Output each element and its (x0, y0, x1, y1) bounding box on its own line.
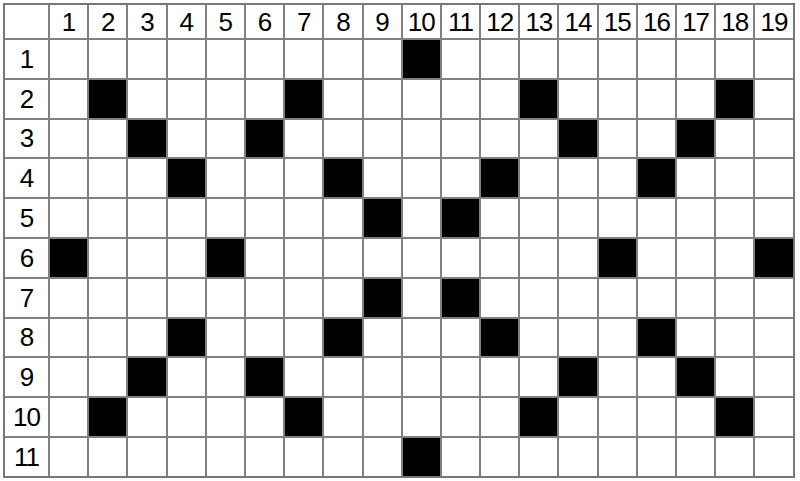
cell-r6-c11-empty[interactable] (442, 239, 479, 277)
cell-r7-c9-filled[interactable] (364, 279, 401, 317)
cell-r3-c12-empty[interactable] (481, 120, 518, 158)
cell-r9-c9-empty[interactable] (364, 358, 401, 396)
cell-r11-c19-empty[interactable] (755, 438, 792, 476)
cell-r11-c14-empty[interactable] (559, 438, 596, 476)
cell-r8-c15-empty[interactable] (599, 319, 636, 357)
col-header-4: 4 (168, 5, 205, 38)
cell-r4-c15-empty[interactable] (599, 159, 636, 197)
cell-r10-c8-empty[interactable] (324, 398, 361, 436)
cell-r5-c9-filled[interactable] (364, 199, 401, 237)
cell-r6-c8-empty[interactable] (324, 239, 361, 277)
cell-r3-c13-empty[interactable] (520, 120, 557, 158)
cell-r5-c12-empty[interactable] (481, 199, 518, 237)
cell-r10-c16-empty[interactable] (638, 398, 675, 436)
cell-r9-c12-empty[interactable] (481, 358, 518, 396)
cell-r5-c16-empty[interactable] (638, 199, 675, 237)
cell-r6-c15-filled[interactable] (599, 239, 636, 277)
cell-r5-c19-empty[interactable] (755, 199, 792, 237)
cell-r10-c6-empty[interactable] (246, 398, 283, 436)
cell-r4-c10-empty[interactable] (403, 159, 440, 197)
cell-r1-c12-empty[interactable] (481, 40, 518, 78)
cell-r11-c13-empty[interactable] (520, 438, 557, 476)
cell-r1-c5-empty[interactable] (207, 40, 244, 78)
cell-r1-c10-filled[interactable] (403, 40, 440, 78)
cell-r2-c12-empty[interactable] (481, 80, 518, 118)
cell-r5-c10-empty[interactable] (403, 199, 440, 237)
cell-r11-c1-empty[interactable] (50, 438, 87, 476)
cell-r1-c2-empty[interactable] (89, 40, 126, 78)
cell-r11-c18-empty[interactable] (716, 438, 753, 476)
cell-r4-c11-empty[interactable] (442, 159, 479, 197)
cell-r4-c7-empty[interactable] (285, 159, 322, 197)
cell-r10-c12-empty[interactable] (481, 398, 518, 436)
cell-r7-c16-empty[interactable] (638, 279, 675, 317)
cell-r7-c15-empty[interactable] (599, 279, 636, 317)
cell-r2-c10-empty[interactable] (403, 80, 440, 118)
cell-r10-c5-empty[interactable] (207, 398, 244, 436)
cell-r4-c19-empty[interactable] (755, 159, 792, 197)
cell-r11-c11-empty[interactable] (442, 438, 479, 476)
cell-r1-c1-empty[interactable] (50, 40, 87, 78)
cell-r8-c4-filled[interactable] (168, 319, 205, 357)
cell-r9-c4-empty[interactable] (168, 358, 205, 396)
cell-r2-c4-empty[interactable] (168, 80, 205, 118)
cell-r7-c4-empty[interactable] (168, 279, 205, 317)
col-header-2: 2 (89, 5, 126, 38)
cell-r11-c12-empty[interactable] (481, 438, 518, 476)
cell-r11-c10-filled[interactable] (403, 438, 440, 476)
cell-r4-c4-filled[interactable] (168, 159, 205, 197)
cell-r11-c8-empty[interactable] (324, 438, 361, 476)
cell-r6-c4-empty[interactable] (168, 239, 205, 277)
row-header-1: 1 (5, 40, 48, 78)
cell-r2-c2-filled[interactable] (89, 80, 126, 118)
cell-r10-c4-empty[interactable] (168, 398, 205, 436)
cell-r3-c5-empty[interactable] (207, 120, 244, 158)
cell-r1-c11-empty[interactable] (442, 40, 479, 78)
cell-r9-c17-filled[interactable] (677, 358, 714, 396)
cell-r7-c10-empty[interactable] (403, 279, 440, 317)
cell-r2-c1-empty[interactable] (50, 80, 87, 118)
row-header-6: 6 (5, 239, 48, 277)
cell-r7-c17-empty[interactable] (677, 279, 714, 317)
cell-r2-c16-empty[interactable] (638, 80, 675, 118)
cell-r4-c18-empty[interactable] (716, 159, 753, 197)
cell-r10-c1-empty[interactable] (50, 398, 87, 436)
cell-r8-c14-empty[interactable] (559, 319, 596, 357)
cell-r5-c7-empty[interactable] (285, 199, 322, 237)
cell-r9-c6-filled[interactable] (246, 358, 283, 396)
cell-r7-c5-empty[interactable] (207, 279, 244, 317)
cell-r5-c14-empty[interactable] (559, 199, 596, 237)
cell-r6-c7-empty[interactable] (285, 239, 322, 277)
cell-r9-c10-empty[interactable] (403, 358, 440, 396)
cell-r11-c6-empty[interactable] (246, 438, 283, 476)
cell-r5-c4-empty[interactable] (168, 199, 205, 237)
cell-r6-c13-empty[interactable] (520, 239, 557, 277)
col-header-1: 1 (50, 5, 87, 38)
row-header-3: 3 (5, 120, 48, 158)
col-header-12: 12 (481, 5, 518, 38)
cell-r9-c16-empty[interactable] (638, 358, 675, 396)
row-header-8: 8 (5, 319, 48, 357)
cell-r1-c13-empty[interactable] (520, 40, 557, 78)
cell-r9-c11-empty[interactable] (442, 358, 479, 396)
cell-r3-c17-filled[interactable] (677, 120, 714, 158)
cell-r3-c4-empty[interactable] (168, 120, 205, 158)
cell-r2-c15-empty[interactable] (599, 80, 636, 118)
corner-cell (5, 5, 48, 38)
row-header-7: 7 (5, 279, 48, 317)
cell-r2-c17-empty[interactable] (677, 80, 714, 118)
cell-r9-c7-empty[interactable] (285, 358, 322, 396)
col-header-14: 14 (559, 5, 596, 38)
cell-r10-c3-empty[interactable] (128, 398, 165, 436)
cell-r9-c15-empty[interactable] (599, 358, 636, 396)
cell-r9-c2-empty[interactable] (89, 358, 126, 396)
cell-r10-c14-empty[interactable] (559, 398, 596, 436)
cell-r2-c13-filled[interactable] (520, 80, 557, 118)
col-header-19: 19 (755, 5, 792, 38)
col-header-7: 7 (285, 5, 322, 38)
cell-r9-c5-empty[interactable] (207, 358, 244, 396)
cell-r5-c2-empty[interactable] (89, 199, 126, 237)
cell-r1-c18-empty[interactable] (716, 40, 753, 78)
cell-r3-c10-empty[interactable] (403, 120, 440, 158)
cell-r8-c12-filled[interactable] (481, 319, 518, 357)
cell-r5-c6-empty[interactable] (246, 199, 283, 237)
col-header-9: 9 (364, 5, 401, 38)
cell-r10-c7-filled[interactable] (285, 398, 322, 436)
cell-r2-c7-filled[interactable] (285, 80, 322, 118)
cell-r10-c13-filled[interactable] (520, 398, 557, 436)
row-header-10: 10 (5, 398, 48, 436)
cell-r4-c3-empty[interactable] (128, 159, 165, 197)
col-header-11: 11 (442, 5, 479, 38)
cell-r3-c11-empty[interactable] (442, 120, 479, 158)
cell-r6-c1-filled[interactable] (50, 239, 87, 277)
cell-r2-c18-filled[interactable] (716, 80, 753, 118)
cell-r1-c9-empty[interactable] (364, 40, 401, 78)
cell-r9-c19-empty[interactable] (755, 358, 792, 396)
cell-r1-c8-empty[interactable] (324, 40, 361, 78)
cell-r1-c19-empty[interactable] (755, 40, 792, 78)
cell-r4-c6-empty[interactable] (246, 159, 283, 197)
cell-r5-c15-empty[interactable] (599, 199, 636, 237)
col-header-3: 3 (128, 5, 165, 38)
cell-r10-c17-empty[interactable] (677, 398, 714, 436)
cell-r7-c7-empty[interactable] (285, 279, 322, 317)
cell-r10-c10-empty[interactable] (403, 398, 440, 436)
cell-r6-c5-filled[interactable] (207, 239, 244, 277)
col-header-18: 18 (716, 5, 753, 38)
cell-r11-c7-empty[interactable] (285, 438, 322, 476)
cell-r11-c3-empty[interactable] (128, 438, 165, 476)
cell-r1-c15-empty[interactable] (599, 40, 636, 78)
cell-r4-c16-filled[interactable] (638, 159, 675, 197)
cell-r7-c14-empty[interactable] (559, 279, 596, 317)
cell-r11-c16-empty[interactable] (638, 438, 675, 476)
cell-r5-c18-empty[interactable] (716, 199, 753, 237)
cell-r1-c16-empty[interactable] (638, 40, 675, 78)
cell-r11-c9-empty[interactable] (364, 438, 401, 476)
row-header-9: 9 (5, 358, 48, 396)
row-header-2: 2 (5, 80, 48, 118)
cell-r2-c11-empty[interactable] (442, 80, 479, 118)
cell-r8-c13-empty[interactable] (520, 319, 557, 357)
cell-r8-c5-empty[interactable] (207, 319, 244, 357)
cell-r8-c17-empty[interactable] (677, 319, 714, 357)
cell-r9-c14-filled[interactable] (559, 358, 596, 396)
cell-r6-c3-empty[interactable] (128, 239, 165, 277)
col-header-17: 17 (677, 5, 714, 38)
row-header-5: 5 (5, 199, 48, 237)
cell-r7-c2-empty[interactable] (89, 279, 126, 317)
cell-r8-c19-empty[interactable] (755, 319, 792, 357)
col-header-8: 8 (324, 5, 361, 38)
cell-r2-c19-empty[interactable] (755, 80, 792, 118)
cell-r6-c9-empty[interactable] (364, 239, 401, 277)
cell-r11-c2-empty[interactable] (89, 438, 126, 476)
cell-r7-c3-empty[interactable] (128, 279, 165, 317)
col-header-5: 5 (207, 5, 244, 38)
cell-r8-c11-empty[interactable] (442, 319, 479, 357)
cell-r5-c13-empty[interactable] (520, 199, 557, 237)
cell-r1-c7-empty[interactable] (285, 40, 322, 78)
cell-r5-c3-empty[interactable] (128, 199, 165, 237)
cell-r8-c6-empty[interactable] (246, 319, 283, 357)
cell-r8-c10-empty[interactable] (403, 319, 440, 357)
cell-r3-c9-empty[interactable] (364, 120, 401, 158)
col-header-16: 16 (638, 5, 675, 38)
cell-r4-c14-empty[interactable] (559, 159, 596, 197)
col-header-6: 6 (246, 5, 283, 38)
cell-r3-c2-empty[interactable] (89, 120, 126, 158)
cell-r10-c2-filled[interactable] (89, 398, 126, 436)
cell-r11-c17-empty[interactable] (677, 438, 714, 476)
cell-r9-c18-empty[interactable] (716, 358, 753, 396)
cell-r11-c15-empty[interactable] (599, 438, 636, 476)
cell-r8-c18-empty[interactable] (716, 319, 753, 357)
row-header-4: 4 (5, 159, 48, 197)
cell-r7-c11-filled[interactable] (442, 279, 479, 317)
cell-r2-c5-empty[interactable] (207, 80, 244, 118)
col-header-13: 13 (520, 5, 557, 38)
cell-r3-c8-empty[interactable] (324, 120, 361, 158)
cell-r4-c5-empty[interactable] (207, 159, 244, 197)
cell-r2-c8-empty[interactable] (324, 80, 361, 118)
cell-r7-c13-empty[interactable] (520, 279, 557, 317)
cell-r10-c9-empty[interactable] (364, 398, 401, 436)
cell-r8-c8-filled[interactable] (324, 319, 361, 357)
cell-r6-c12-empty[interactable] (481, 239, 518, 277)
cell-r11-c5-empty[interactable] (207, 438, 244, 476)
cell-r3-c6-filled[interactable] (246, 120, 283, 158)
col-header-15: 15 (599, 5, 636, 38)
cell-r8-c2-empty[interactable] (89, 319, 126, 357)
cell-r4-c12-filled[interactable] (481, 159, 518, 197)
cell-r6-c17-empty[interactable] (677, 239, 714, 277)
cell-r11-c4-empty[interactable] (168, 438, 205, 476)
cell-r5-c11-filled[interactable] (442, 199, 479, 237)
cell-r7-c19-empty[interactable] (755, 279, 792, 317)
cell-r8-c3-empty[interactable] (128, 319, 165, 357)
cell-r6-c16-empty[interactable] (638, 239, 675, 277)
cell-r6-c14-empty[interactable] (559, 239, 596, 277)
cell-r6-c10-empty[interactable] (403, 239, 440, 277)
cell-r4-c13-empty[interactable] (520, 159, 557, 197)
cell-r4-c17-empty[interactable] (677, 159, 714, 197)
cell-r9-c8-empty[interactable] (324, 358, 361, 396)
cell-r7-c12-empty[interactable] (481, 279, 518, 317)
col-header-10: 10 (403, 5, 440, 38)
cell-r3-c18-empty[interactable] (716, 120, 753, 158)
puzzle-grid: 1234567891011121314151617181912345678910… (3, 3, 795, 478)
cell-r3-c15-empty[interactable] (599, 120, 636, 158)
cell-r9-c3-filled[interactable] (128, 358, 165, 396)
puzzle-board: 1234567891011121314151617181912345678910… (0, 0, 800, 478)
cell-r3-c14-filled[interactable] (559, 120, 596, 158)
cell-r7-c18-empty[interactable] (716, 279, 753, 317)
cell-r1-c4-empty[interactable] (168, 40, 205, 78)
cell-r6-c18-empty[interactable] (716, 239, 753, 277)
cell-r2-c6-empty[interactable] (246, 80, 283, 118)
cell-r7-c6-empty[interactable] (246, 279, 283, 317)
cell-r6-c2-empty[interactable] (89, 239, 126, 277)
cell-r4-c1-empty[interactable] (50, 159, 87, 197)
cell-r10-c18-filled[interactable] (716, 398, 753, 436)
cell-r9-c13-empty[interactable] (520, 358, 557, 396)
cell-r5-c1-empty[interactable] (50, 199, 87, 237)
cell-r5-c5-empty[interactable] (207, 199, 244, 237)
cell-r1-c17-empty[interactable] (677, 40, 714, 78)
cell-r1-c14-empty[interactable] (559, 40, 596, 78)
cell-r6-c19-filled[interactable] (755, 239, 792, 277)
cell-r3-c1-empty[interactable] (50, 120, 87, 158)
cell-r5-c17-empty[interactable] (677, 199, 714, 237)
cell-r7-c8-empty[interactable] (324, 279, 361, 317)
cell-r2-c9-empty[interactable] (364, 80, 401, 118)
row-header-11: 11 (5, 438, 48, 476)
cell-r8-c1-empty[interactable] (50, 319, 87, 357)
cell-r1-c3-empty[interactable] (128, 40, 165, 78)
cell-r4-c9-empty[interactable] (364, 159, 401, 197)
cell-r6-c6-empty[interactable] (246, 239, 283, 277)
cell-r3-c19-empty[interactable] (755, 120, 792, 158)
cell-r10-c15-empty[interactable] (599, 398, 636, 436)
cell-r7-c1-empty[interactable] (50, 279, 87, 317)
cell-r5-c8-empty[interactable] (324, 199, 361, 237)
cell-r8-c7-empty[interactable] (285, 319, 322, 357)
cell-r10-c19-empty[interactable] (755, 398, 792, 436)
cell-r2-c3-empty[interactable] (128, 80, 165, 118)
cell-r8-c9-empty[interactable] (364, 319, 401, 357)
cell-r4-c8-filled[interactable] (324, 159, 361, 197)
cell-r3-c7-empty[interactable] (285, 120, 322, 158)
cell-r3-c3-filled[interactable] (128, 120, 165, 158)
cell-r4-c2-empty[interactable] (89, 159, 126, 197)
cell-r9-c1-empty[interactable] (50, 358, 87, 396)
cell-r8-c16-filled[interactable] (638, 319, 675, 357)
cell-r10-c11-empty[interactable] (442, 398, 479, 436)
cell-r1-c6-empty[interactable] (246, 40, 283, 78)
cell-r3-c16-empty[interactable] (638, 120, 675, 158)
cell-r2-c14-empty[interactable] (559, 80, 596, 118)
